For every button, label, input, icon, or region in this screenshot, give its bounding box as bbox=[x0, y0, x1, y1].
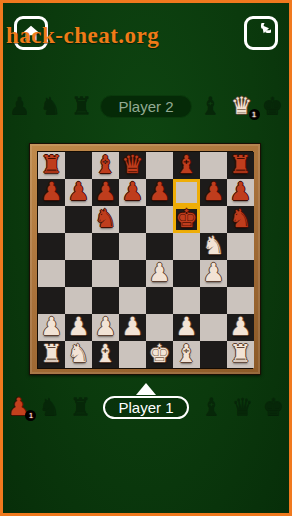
square-e2[interactable] bbox=[146, 314, 173, 341]
square-c7[interactable]: ♟ bbox=[92, 179, 119, 206]
capture-count-badge: 1 bbox=[25, 410, 36, 421]
watermark: hack-cheat.org bbox=[6, 23, 159, 49]
piece-black-pawn: ♟ bbox=[202, 178, 224, 205]
tray-slot-queen: ♛ bbox=[231, 394, 255, 420]
square-e1[interactable]: ♚ bbox=[146, 341, 173, 368]
player1-captured-right: ♝♛♚ bbox=[200, 394, 286, 420]
piece-white-pawn: ♟ bbox=[202, 259, 224, 286]
piece-white-rook: ♜ bbox=[229, 340, 251, 367]
square-e4[interactable]: ♟ bbox=[146, 260, 173, 287]
square-c6[interactable]: ♞ bbox=[92, 206, 119, 233]
square-a8[interactable]: ♜ bbox=[38, 152, 65, 179]
square-d2[interactable]: ♟ bbox=[119, 314, 146, 341]
piece-black-queen: ♛ bbox=[121, 151, 143, 178]
square-g2[interactable] bbox=[200, 314, 227, 341]
piece-black-rook: ♜ bbox=[229, 151, 251, 178]
square-a6[interactable] bbox=[38, 206, 65, 233]
square-a1[interactable]: ♜ bbox=[38, 341, 65, 368]
square-g1[interactable] bbox=[200, 341, 227, 368]
square-b5[interactable] bbox=[65, 233, 92, 260]
tray-slot-bishop: ♝ bbox=[199, 93, 223, 119]
square-a5[interactable] bbox=[38, 233, 65, 260]
square-a3[interactable] bbox=[38, 287, 65, 314]
player2-captured-right: ♝♛1♚ bbox=[199, 93, 285, 119]
player2-tray: ♟♞♜ Player 2 ♝♛1♚ bbox=[3, 88, 289, 124]
square-e3[interactable] bbox=[146, 287, 173, 314]
square-d8[interactable]: ♛ bbox=[119, 152, 146, 179]
chess-board: ♜♝♛♝♜♟♟♟♟♟♟♟♞♚♞♞♟♟♟♟♟♟♟♟♜♞♝♚♝♜ bbox=[38, 152, 252, 368]
piece-black-pawn: ♟ bbox=[148, 178, 170, 205]
square-d3[interactable] bbox=[119, 287, 146, 314]
piece-white-knight: ♞ bbox=[67, 340, 89, 367]
square-g4[interactable]: ♟ bbox=[200, 260, 227, 287]
square-b6[interactable] bbox=[65, 206, 92, 233]
player2-captured-left: ♟♞♜ bbox=[7, 93, 93, 119]
piece-white-pawn: ♟ bbox=[94, 313, 116, 340]
piece-black-bishop: ♝ bbox=[175, 151, 197, 178]
restart-button[interactable] bbox=[244, 16, 278, 50]
piece-black-pawn: ♟ bbox=[229, 178, 251, 205]
square-g7[interactable]: ♟ bbox=[200, 179, 227, 206]
tray-slot-knight: ♞ bbox=[37, 394, 61, 420]
square-b3[interactable] bbox=[65, 287, 92, 314]
square-a2[interactable]: ♟ bbox=[38, 314, 65, 341]
player1-label-wrap: Player 1 bbox=[103, 396, 188, 419]
square-d6[interactable] bbox=[119, 206, 146, 233]
square-g8[interactable] bbox=[200, 152, 227, 179]
piece-white-pawn: ♟ bbox=[148, 259, 170, 286]
captured-black-pawn: ♟1 bbox=[6, 394, 30, 420]
square-h4[interactable] bbox=[227, 260, 254, 287]
capture-count-badge: 1 bbox=[249, 109, 260, 120]
square-e5[interactable] bbox=[146, 233, 173, 260]
piece-white-bishop: ♝ bbox=[94, 340, 116, 367]
square-b8[interactable] bbox=[65, 152, 92, 179]
square-h8[interactable]: ♜ bbox=[227, 152, 254, 179]
square-b7[interactable]: ♟ bbox=[65, 179, 92, 206]
square-c8[interactable]: ♝ bbox=[92, 152, 119, 179]
piece-white-pawn: ♟ bbox=[67, 313, 89, 340]
tray-slot-knight: ♞ bbox=[38, 93, 62, 119]
piece-white-rook: ♜ bbox=[40, 340, 62, 367]
piece-white-king: ♚ bbox=[148, 340, 170, 367]
square-e6[interactable] bbox=[146, 206, 173, 233]
piece-black-bishop: ♝ bbox=[94, 151, 116, 178]
square-c2[interactable]: ♟ bbox=[92, 314, 119, 341]
piece-white-pawn: ♟ bbox=[40, 313, 62, 340]
tray-slot-king: ♚ bbox=[261, 93, 285, 119]
square-b1[interactable]: ♞ bbox=[65, 341, 92, 368]
square-b4[interactable] bbox=[65, 260, 92, 287]
piece-white-pawn: ♟ bbox=[229, 313, 251, 340]
restart-icon bbox=[251, 23, 271, 43]
square-g5[interactable]: ♞ bbox=[200, 233, 227, 260]
player1-tray: ♟1♞♜ Player 1 ♝♛♚ bbox=[3, 389, 289, 425]
piece-white-pawn: ♟ bbox=[175, 313, 197, 340]
square-f6[interactable]: ♚ bbox=[173, 206, 200, 233]
square-d4[interactable] bbox=[119, 260, 146, 287]
square-a4[interactable] bbox=[38, 260, 65, 287]
piece-black-pawn: ♟ bbox=[67, 178, 89, 205]
square-f8[interactable]: ♝ bbox=[173, 152, 200, 179]
square-a7[interactable]: ♟ bbox=[38, 179, 65, 206]
square-f4[interactable] bbox=[173, 260, 200, 287]
piece-white-bishop: ♝ bbox=[175, 340, 197, 367]
square-f2[interactable]: ♟ bbox=[173, 314, 200, 341]
square-f3[interactable] bbox=[173, 287, 200, 314]
player1-label[interactable]: Player 1 bbox=[103, 396, 188, 419]
square-g6[interactable] bbox=[200, 206, 227, 233]
square-f5[interactable] bbox=[173, 233, 200, 260]
square-d1[interactable] bbox=[119, 341, 146, 368]
square-h1[interactable]: ♜ bbox=[227, 341, 254, 368]
piece-black-pawn: ♟ bbox=[40, 178, 62, 205]
piece-white-knight: ♞ bbox=[202, 232, 224, 259]
square-h6[interactable]: ♞ bbox=[227, 206, 254, 233]
square-c3[interactable] bbox=[92, 287, 119, 314]
piece-black-knight: ♞ bbox=[229, 205, 251, 232]
piece-black-knight: ♞ bbox=[94, 205, 116, 232]
tray-slot-rook: ♜ bbox=[68, 394, 92, 420]
square-e7[interactable]: ♟ bbox=[146, 179, 173, 206]
tray-slot-king: ♚ bbox=[262, 394, 286, 420]
square-c1[interactable]: ♝ bbox=[92, 341, 119, 368]
square-h7[interactable]: ♟ bbox=[227, 179, 254, 206]
player1-captured-left: ♟1♞♜ bbox=[6, 394, 92, 420]
piece-black-rook: ♜ bbox=[40, 151, 62, 178]
square-g3[interactable] bbox=[200, 287, 227, 314]
tray-slot-rook: ♜ bbox=[69, 93, 93, 119]
turn-indicator-triangle bbox=[136, 383, 156, 395]
app-screen: hack-cheat.org ♟♞♜ Player 2 ♝♛1♚ ♜♝♛♝♜♟♟… bbox=[0, 0, 292, 516]
tray-slot-pawn: ♟ bbox=[7, 93, 31, 119]
square-h3[interactable] bbox=[227, 287, 254, 314]
tray-slot-bishop: ♝ bbox=[200, 394, 224, 420]
square-e8[interactable] bbox=[146, 152, 173, 179]
square-d7[interactable]: ♟ bbox=[119, 179, 146, 206]
piece-white-pawn: ♟ bbox=[121, 313, 143, 340]
piece-black-pawn: ♟ bbox=[94, 178, 116, 205]
piece-black-king: ♚ bbox=[175, 205, 197, 232]
square-c5[interactable] bbox=[92, 233, 119, 260]
square-h5[interactable] bbox=[227, 233, 254, 260]
square-h2[interactable]: ♟ bbox=[227, 314, 254, 341]
square-f7[interactable] bbox=[173, 179, 200, 206]
player2-label[interactable]: Player 2 bbox=[100, 95, 191, 118]
chess-board-frame: ♜♝♛♝♜♟♟♟♟♟♟♟♞♚♞♞♟♟♟♟♟♟♟♟♜♞♝♚♝♜ bbox=[29, 143, 261, 375]
captured-white-queen: ♛1 bbox=[230, 93, 254, 119]
piece-black-pawn: ♟ bbox=[121, 178, 143, 205]
square-f1[interactable]: ♝ bbox=[173, 341, 200, 368]
square-b2[interactable]: ♟ bbox=[65, 314, 92, 341]
square-d5[interactable] bbox=[119, 233, 146, 260]
square-c4[interactable] bbox=[92, 260, 119, 287]
